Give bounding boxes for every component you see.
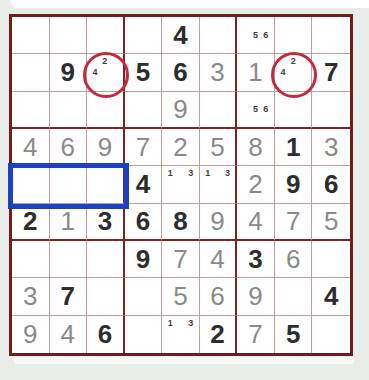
pencil-mark	[213, 168, 223, 179]
cell-r2c4[interactable]: 5	[125, 54, 163, 91]
pencil-mark	[165, 190, 175, 201]
pencil-mark	[175, 168, 185, 179]
cell-r4c8[interactable]: 1	[275, 129, 313, 166]
pencil-mark	[186, 179, 196, 190]
cell-r3c4[interactable]	[125, 92, 163, 129]
pencil-mark	[175, 179, 185, 190]
cell-r6c3[interactable]: 3	[87, 204, 125, 241]
pencil-mark: 4	[278, 67, 288, 78]
cell-r7c5[interactable]: 7	[162, 241, 200, 278]
cell-r6c4[interactable]: 6	[125, 204, 163, 241]
pencil-mark	[203, 190, 213, 201]
digit: 6	[61, 134, 75, 160]
pencil-mark	[298, 67, 308, 78]
pencil-mark	[261, 41, 271, 52]
pencil-mark: 2	[100, 56, 110, 67]
digit: 2	[173, 134, 187, 160]
cell-r5c7[interactable]: 2	[237, 166, 275, 203]
pencil-mark	[251, 19, 261, 30]
pencil-grid: 13	[165, 168, 196, 200]
pencil-mark	[175, 340, 185, 351]
cell-r4c1[interactable]: 4	[12, 129, 50, 166]
pencil-mark	[251, 115, 261, 125]
cell-r8c9[interactable]: 4	[312, 278, 350, 315]
digit: 3	[248, 246, 262, 272]
pencil-grid: 24	[278, 56, 309, 88]
cell-r5c3[interactable]	[87, 166, 125, 203]
cell-r3c6[interactable]	[200, 92, 238, 129]
digit: 7	[324, 59, 338, 85]
cell-r1c1[interactable]	[12, 17, 50, 54]
digit: 4	[324, 283, 338, 309]
digit: 9	[173, 96, 187, 122]
digit: 3	[210, 59, 224, 85]
pencil-mark	[222, 190, 232, 201]
cell-r5c1[interactable]	[12, 166, 50, 203]
pencil-mark	[240, 30, 250, 41]
cell-r6c6[interactable]: 9	[200, 204, 238, 241]
pencil-grid: 13	[165, 318, 196, 351]
digit: 4	[248, 208, 262, 234]
cell-r5c5[interactable]: 13	[162, 166, 200, 203]
pencil-mark	[288, 78, 298, 89]
cell-r7c7[interactable]: 3	[237, 241, 275, 278]
cell-r5c9[interactable]: 6	[312, 166, 350, 203]
pencil-mark	[251, 41, 261, 52]
pencil-mark	[288, 67, 298, 78]
cell-r9c7[interactable]: 7	[237, 316, 275, 353]
cell-r6c1[interactable]: 2	[12, 204, 50, 241]
cell-r4c6[interactable]: 5	[200, 129, 238, 166]
pencil-mark	[90, 78, 100, 89]
cell-r1c3[interactable]	[87, 17, 125, 54]
cell-r2c1[interactable]	[12, 54, 50, 91]
pencil-grid: 56	[240, 94, 271, 125]
digit: 5	[173, 283, 187, 309]
digit: 2	[248, 171, 262, 197]
cell-r4c7[interactable]: 8	[237, 129, 275, 166]
digit: 6	[98, 321, 112, 347]
cell-r8c3[interactable]	[87, 278, 125, 315]
cell-r7c1[interactable]	[12, 241, 50, 278]
cell-r3c8[interactable]	[275, 92, 313, 129]
top-card-edge	[10, 0, 369, 8]
cell-r9c1[interactable]: 9	[12, 316, 50, 353]
digit: 5	[286, 321, 300, 347]
digit: 8	[248, 134, 262, 160]
pencil-grid: 13	[203, 168, 233, 200]
pencil-mark	[175, 329, 185, 340]
cell-r8c7[interactable]: 9	[237, 278, 275, 315]
cell-r4c9[interactable]: 3	[312, 129, 350, 166]
cell-r5c4[interactable]: 4	[125, 166, 163, 203]
pencil-mark	[278, 78, 288, 89]
cell-r1c6[interactable]	[200, 17, 238, 54]
pencil-mark	[100, 67, 110, 78]
digit: 9	[210, 208, 224, 234]
pencil-mark	[261, 94, 271, 104]
cell-r8c8[interactable]	[275, 278, 313, 315]
digit: 7	[248, 321, 262, 347]
pencil-mark	[203, 179, 213, 190]
digit: 7	[173, 246, 187, 272]
pencil-mark	[278, 56, 288, 67]
cell-r8c1[interactable]: 3	[12, 278, 50, 315]
pencil-mark	[240, 94, 250, 104]
pencil-mark	[240, 104, 250, 114]
pencil-mark	[165, 179, 175, 190]
pencil-mark	[240, 19, 250, 30]
digit: 8	[173, 208, 187, 234]
digit: 6	[210, 283, 224, 309]
pencil-mark	[110, 56, 120, 67]
sudoku-board-wrap: 4569245631247956469725813413132962136894…	[9, 14, 353, 356]
pencil-mark	[240, 115, 250, 125]
cell-r9c3[interactable]: 6	[87, 316, 125, 353]
pencil-mark	[222, 179, 232, 190]
pencil-mark: 3	[186, 318, 196, 329]
pencil-mark	[110, 67, 120, 78]
cell-r8c6[interactable]: 6	[200, 278, 238, 315]
pencil-mark: 3	[222, 168, 232, 179]
cell-r9c2[interactable]: 4	[50, 316, 88, 353]
pencil-mark	[240, 41, 250, 52]
pencil-mark: 1	[165, 168, 175, 179]
cell-r6c5[interactable]: 8	[162, 204, 200, 241]
digit: 1	[286, 134, 300, 160]
pencil-mark	[165, 329, 175, 340]
digit: 4	[136, 171, 150, 197]
sudoku-board: 4569245631247956469725813413132962136894…	[9, 14, 353, 356]
cell-r4c4[interactable]: 7	[125, 129, 163, 166]
cell-r8c4[interactable]	[125, 278, 163, 315]
pencil-mark: 3	[186, 168, 196, 179]
digit: 9	[136, 246, 150, 272]
bottom-card-edge	[14, 357, 354, 364]
cell-r5c8[interactable]: 9	[275, 166, 313, 203]
pencil-mark: 1	[165, 318, 175, 329]
cell-r1c5[interactable]: 4	[162, 17, 200, 54]
pencil-mark: 6	[261, 104, 271, 114]
pencil-mark	[213, 190, 223, 201]
cell-r1c8[interactable]	[275, 17, 313, 54]
pencil-mark: 1	[203, 168, 213, 179]
cell-r2c8[interactable]: 24	[275, 54, 313, 91]
cell-r2c9[interactable]: 7	[312, 54, 350, 91]
cell-r6c7[interactable]: 4	[237, 204, 275, 241]
digit: 4	[61, 321, 75, 347]
cell-r7c6[interactable]: 4	[200, 241, 238, 278]
cell-r1c2[interactable]	[50, 17, 88, 54]
pencil-mark	[90, 56, 100, 67]
cell-r6c9[interactable]: 5	[312, 204, 350, 241]
digit: 9	[286, 171, 300, 197]
cell-r7c2[interactable]	[50, 241, 88, 278]
pencil-mark: 4	[90, 67, 100, 78]
digit: 6	[324, 171, 338, 197]
cell-r7c4[interactable]: 9	[125, 241, 163, 278]
cell-r4c2[interactable]: 6	[50, 129, 88, 166]
cell-r4c3[interactable]: 9	[87, 129, 125, 166]
pencil-mark: 5	[251, 30, 261, 41]
digit: 6	[136, 208, 150, 234]
digit: 2	[210, 321, 224, 347]
cell-r5c6[interactable]: 13	[200, 166, 238, 203]
digit: 1	[61, 208, 75, 234]
cell-r9c6[interactable]: 2	[200, 316, 238, 353]
pencil-mark	[186, 190, 196, 201]
digit: 9	[248, 283, 262, 309]
digit: 7	[286, 208, 300, 234]
digit: 3	[23, 283, 37, 309]
cell-r9c9[interactable]	[312, 316, 350, 353]
pencil-mark: 2	[288, 56, 298, 67]
cell-r3c7[interactable]: 56	[237, 92, 275, 129]
cell-r9c4[interactable]	[125, 316, 163, 353]
digit: 5	[136, 59, 150, 85]
pencil-mark	[175, 190, 185, 201]
digit: 4	[23, 134, 37, 160]
pencil-mark	[110, 78, 120, 89]
cell-r3c2[interactable]	[50, 92, 88, 129]
pencil-mark	[165, 340, 175, 351]
cell-r2c3[interactable]: 24	[87, 54, 125, 91]
pencil-mark	[186, 340, 196, 351]
cell-r2c2[interactable]: 9	[50, 54, 88, 91]
pencil-mark: 5	[251, 104, 261, 114]
digit: 9	[23, 321, 37, 347]
cell-r6c8[interactable]: 7	[275, 204, 313, 241]
digit: 7	[136, 134, 150, 160]
pencil-grid: 56	[240, 19, 271, 51]
digit: 3	[98, 208, 112, 234]
cell-r8c5[interactable]: 5	[162, 278, 200, 315]
cell-r3c5[interactable]: 9	[162, 92, 200, 129]
cell-r3c1[interactable]	[12, 92, 50, 129]
cell-r1c4[interactable]	[125, 17, 163, 54]
cell-r1c9[interactable]	[312, 17, 350, 54]
pencil-mark	[213, 179, 223, 190]
cell-r9c5[interactable]: 13	[162, 316, 200, 353]
pencil-mark	[175, 318, 185, 329]
cell-r2c7[interactable]: 1	[237, 54, 275, 91]
digit: 3	[324, 134, 338, 160]
pencil-mark	[100, 78, 110, 89]
pencil-grid: 24	[90, 56, 120, 88]
cell-r1c7[interactable]: 56	[237, 17, 275, 54]
cell-r7c9[interactable]	[312, 241, 350, 278]
digit: 9	[61, 59, 75, 85]
digit: 1	[248, 59, 262, 85]
cell-r4c5[interactable]: 2	[162, 129, 200, 166]
cell-r6c2[interactable]: 1	[50, 204, 88, 241]
digit: 4	[210, 246, 224, 272]
cell-r7c8[interactable]: 6	[275, 241, 313, 278]
digit: 6	[173, 59, 187, 85]
cell-r2c6[interactable]: 3	[200, 54, 238, 91]
digit: 9	[98, 134, 112, 160]
pencil-mark	[298, 56, 308, 67]
digit: 5	[324, 208, 338, 234]
cell-r9c8[interactable]: 5	[275, 316, 313, 353]
pencil-mark	[261, 19, 271, 30]
pencil-mark	[261, 115, 271, 125]
cell-r3c3[interactable]	[87, 92, 125, 129]
cell-r2c5[interactable]: 6	[162, 54, 200, 91]
cell-r8c2[interactable]: 7	[50, 278, 88, 315]
pencil-mark	[298, 78, 308, 89]
digit: 7	[61, 283, 75, 309]
digit: 2	[23, 208, 37, 234]
digit: 5	[210, 134, 224, 160]
cell-r7c3[interactable]	[87, 241, 125, 278]
pencil-mark	[251, 94, 261, 104]
cell-r3c9[interactable]	[312, 92, 350, 129]
cell-r5c2[interactable]	[50, 166, 88, 203]
digit: 4	[173, 22, 187, 48]
digit: 6	[286, 246, 300, 272]
pencil-mark	[186, 329, 196, 340]
pencil-mark: 6	[261, 30, 271, 41]
